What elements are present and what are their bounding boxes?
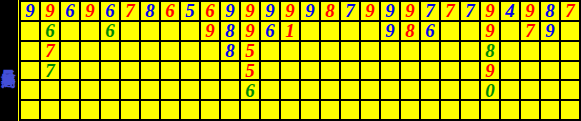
grid-cell-r3c18 (361, 42, 379, 60)
grid-cell-r2c6 (121, 22, 139, 40)
grid-cell-r1c24: 9 (481, 2, 499, 20)
grid-cell-r3c16 (321, 42, 339, 60)
grid-cell-r4c23 (461, 62, 479, 80)
grid-cell-r1c22: 7 (441, 2, 459, 20)
grid-cell-r6c2 (41, 101, 59, 119)
grid-cell-r3c23 (461, 42, 479, 60)
grid-cell-r3c9 (181, 42, 199, 60)
grid-cell-r1c8: 6 (161, 2, 179, 20)
grid-cell-r4c26 (521, 62, 539, 80)
grid-cell-r1c25: 4 (501, 2, 519, 20)
grid-cell-r4c24: 9 (481, 62, 499, 80)
grid-cell-r5c17 (341, 81, 359, 99)
grid-cell-r1c10: 6 (201, 2, 219, 20)
grid-cell-r5c14 (281, 81, 299, 99)
grid-cell-r2c9 (181, 22, 199, 40)
grid-cell-r1c21: 7 (421, 2, 439, 20)
grid-cell-r4c18 (361, 62, 379, 80)
grid-cell-r4c9 (181, 62, 199, 80)
grid-cell-r1c11: 9 (221, 2, 239, 20)
grid-cell-r2c4 (81, 22, 99, 40)
grid-cell-r5c18 (361, 81, 379, 99)
grid-cell-r6c15 (301, 101, 319, 119)
grid-cell-r2c18 (361, 22, 379, 40)
grid-cell-r1c13: 9 (261, 2, 279, 20)
grid-cell-r4c5 (101, 62, 119, 80)
grid-cell-r3c25 (501, 42, 519, 60)
grid-cell-r6c11 (221, 101, 239, 119)
grid-cell-r2c3 (61, 22, 79, 40)
grid-cell-r5c3 (61, 81, 79, 99)
grid-cell-r2c28 (561, 22, 579, 40)
grid-cell-r3c15 (301, 42, 319, 60)
grid-cell-r4c3 (61, 62, 79, 80)
grid-cell-r1c27: 8 (541, 2, 559, 20)
grid-cell-r3c12: 5 (241, 42, 259, 60)
grid-cell-r2c16 (321, 22, 339, 40)
grid-cell-r5c8 (161, 81, 179, 99)
grid-cell-r6c7 (141, 101, 159, 119)
grid-cell-r1c6: 7 (121, 2, 139, 20)
grid-cell-r3c7 (141, 42, 159, 60)
grid-cell-r5c24: 0 (481, 81, 499, 99)
grid-cell-r3c3 (61, 42, 79, 60)
grid-cell-r6c16 (321, 101, 339, 119)
grid-cell-r4c2: 7 (41, 62, 59, 80)
grid-cell-r4c10 (201, 62, 219, 80)
grid-cell-r3c28 (561, 42, 579, 60)
grid-cell-r2c1 (21, 22, 39, 40)
grid-cell-r5c26 (521, 81, 539, 99)
grid-cell-r5c9 (181, 81, 199, 99)
grid-cell-r2c15 (301, 22, 319, 40)
grid-cell-r1c15: 9 (301, 2, 319, 20)
grid-cell-r2c12: 9 (241, 22, 259, 40)
grid-cell-r6c22 (441, 101, 459, 119)
grid-cell-r5c7 (141, 81, 159, 99)
grid-cell-r3c14 (281, 42, 299, 60)
grid-cell-r4c6 (121, 62, 139, 80)
board-title-vertical: 显示最近牌局 (0, 0, 18, 121)
grid-cell-r5c12: 6 (241, 81, 259, 99)
grid-cell-r2c5: 6 (101, 22, 119, 40)
grid-cell-r5c28 (561, 81, 579, 99)
recent-results-board: 显示最近牌局 996967865699999879997779498766989… (0, 0, 581, 121)
grid-cell-r3c8 (161, 42, 179, 60)
grid-cell-r6c14 (281, 101, 299, 119)
grid-cell-r2c20: 8 (401, 22, 419, 40)
grid-cell-r2c25 (501, 22, 519, 40)
grid-cell-r1c17: 7 (341, 2, 359, 20)
grid-cell-r4c27 (541, 62, 559, 80)
grid-cell-r6c20 (401, 101, 419, 119)
grid-cell-r4c20 (401, 62, 419, 80)
grid-cell-r4c15 (301, 62, 319, 80)
grid-cell-r2c26: 7 (521, 22, 539, 40)
grid-cell-r5c25 (501, 81, 519, 99)
grid-cell-r4c4 (81, 62, 99, 80)
grid-cell-r5c19 (381, 81, 399, 99)
grid-cell-r5c27 (541, 81, 559, 99)
grid-cell-r5c20 (401, 81, 419, 99)
grid-cell-r3c17 (341, 42, 359, 60)
grid-cell-r6c26 (521, 101, 539, 119)
grid-cell-r5c15 (301, 81, 319, 99)
grid-cell-r1c4: 9 (81, 2, 99, 20)
grid-cell-r5c11 (221, 81, 239, 99)
grid-cell-r4c14 (281, 62, 299, 80)
grid-cell-r5c13 (261, 81, 279, 99)
grid-cell-r3c4 (81, 42, 99, 60)
grid-cell-r2c11: 8 (221, 22, 239, 40)
grid-cell-r6c21 (421, 101, 439, 119)
grid-cell-r1c19: 9 (381, 2, 399, 20)
grid-cell-r6c28 (561, 101, 579, 119)
grid-cell-r2c23 (461, 22, 479, 40)
grid-cell-r6c25 (501, 101, 519, 119)
grid-cell-r6c6 (121, 101, 139, 119)
grid-cell-r5c5 (101, 81, 119, 99)
grid-cell-r6c8 (161, 101, 179, 119)
grid-cell-r4c28 (561, 62, 579, 80)
grid-cell-r4c25 (501, 62, 519, 80)
grid-cell-r5c22 (441, 81, 459, 99)
grid-cell-r1c7: 8 (141, 2, 159, 20)
grid-cell-r3c26 (521, 42, 539, 60)
grid-cell-r4c16 (321, 62, 339, 80)
grid-cell-r2c17 (341, 22, 359, 40)
grid-cell-r6c23 (461, 101, 479, 119)
grid-cell-r1c14: 9 (281, 2, 299, 20)
grid-cell-r3c13 (261, 42, 279, 60)
grid-cell-r4c22 (441, 62, 459, 80)
grid-cell-r2c8 (161, 22, 179, 40)
grid-cell-r3c6 (121, 42, 139, 60)
grid-cell-r3c19 (381, 42, 399, 60)
grid-cell-r6c12 (241, 101, 259, 119)
grid-cell-r5c23 (461, 81, 479, 99)
grid-cell-r1c28: 7 (561, 2, 579, 20)
grid-cell-r3c24: 8 (481, 42, 499, 60)
grid-cell-r1c16: 8 (321, 2, 339, 20)
grid-cell-r3c2: 7 (41, 42, 59, 60)
grid-cell-r2c27: 9 (541, 22, 559, 40)
results-grid: 9969678656999998799977794987669896198697… (19, 0, 581, 121)
grid-cell-r1c1: 9 (21, 2, 39, 20)
grid-cell-r5c21 (421, 81, 439, 99)
grid-cell-r4c8 (161, 62, 179, 80)
grid-cell-r3c1 (21, 42, 39, 60)
grid-cell-r6c4 (81, 101, 99, 119)
grid-cell-r4c12: 5 (241, 62, 259, 80)
grid-cell-r1c2: 9 (41, 2, 59, 20)
grid-cell-r4c17 (341, 62, 359, 80)
grid-cell-r5c16 (321, 81, 339, 99)
grid-cell-r6c13 (261, 101, 279, 119)
grid-cell-r2c22 (441, 22, 459, 40)
grid-cell-r3c11: 8 (221, 42, 239, 60)
grid-cell-r1c18: 9 (361, 2, 379, 20)
grid-cell-r3c21 (421, 42, 439, 60)
grid-cell-r5c10 (201, 81, 219, 99)
grid-cell-r6c5 (101, 101, 119, 119)
grid-cell-r6c19 (381, 101, 399, 119)
grid-cell-r2c19: 9 (381, 22, 399, 40)
grid-cell-r2c24: 9 (481, 22, 499, 40)
grid-cell-r2c7 (141, 22, 159, 40)
grid-cell-r4c7 (141, 62, 159, 80)
grid-cell-r5c4 (81, 81, 99, 99)
grid-cell-r2c2: 6 (41, 22, 59, 40)
grid-cell-r4c13 (261, 62, 279, 80)
grid-cell-r3c22 (441, 42, 459, 60)
grid-cell-r1c9: 5 (181, 2, 199, 20)
grid-cell-r6c24 (481, 101, 499, 119)
grid-cell-r3c27 (541, 42, 559, 60)
grid-cell-r4c19 (381, 62, 399, 80)
grid-cell-r4c21 (421, 62, 439, 80)
grid-cell-r5c6 (121, 81, 139, 99)
grid-cell-r5c1 (21, 81, 39, 99)
grid-cell-r6c9 (181, 101, 199, 119)
grid-cell-r6c18 (361, 101, 379, 119)
grid-cell-r6c17 (341, 101, 359, 119)
grid-cell-r6c10 (201, 101, 219, 119)
grid-cell-r2c10: 9 (201, 22, 219, 40)
grid-cell-r4c11 (221, 62, 239, 80)
grid-cell-r1c26: 9 (521, 2, 539, 20)
grid-cell-r2c21: 6 (421, 22, 439, 40)
grid-cell-r4c1 (21, 62, 39, 80)
grid-cell-r3c20 (401, 42, 419, 60)
grid-cell-r2c14: 1 (281, 22, 299, 40)
grid-cell-r6c3 (61, 101, 79, 119)
grid-cell-r1c5: 6 (101, 2, 119, 20)
grid-cell-r1c23: 7 (461, 2, 479, 20)
grid-cell-r6c27 (541, 101, 559, 119)
grid-cell-r1c20: 9 (401, 2, 419, 20)
grid-cell-r3c5 (101, 42, 119, 60)
grid-cell-r1c12: 9 (241, 2, 259, 20)
grid-cell-r3c10 (201, 42, 219, 60)
grid-cell-r1c3: 6 (61, 2, 79, 20)
grid-cell-r5c2 (41, 81, 59, 99)
grid-cell-r6c1 (21, 101, 39, 119)
grid-cell-r2c13: 6 (261, 22, 279, 40)
